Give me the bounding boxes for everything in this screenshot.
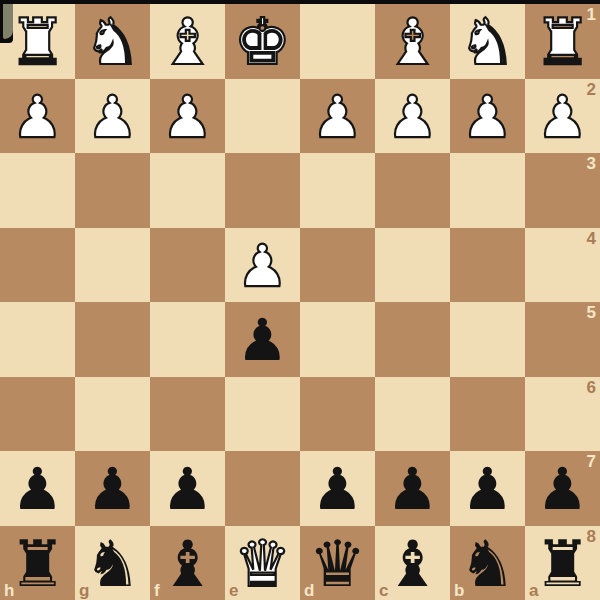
black-pawn-c7: ♟ [387, 460, 439, 518]
square-a4[interactable]: 4 [525, 228, 600, 303]
square-g1[interactable]: ♞ [75, 4, 150, 79]
square-d3[interactable] [300, 153, 375, 228]
white-pawn-a2: ♟ [537, 88, 589, 146]
white-pawn-e4: ♟ [237, 237, 289, 295]
chess-board: ♜♞♝♚♝♞♜1♟♟♟♟♟♟♟23♟4♟56♟♟♟♟♟♟♟7♜h♞g♝f♛e♛d… [0, 4, 600, 600]
file-label-f: f [154, 582, 160, 599]
square-b5[interactable] [450, 302, 525, 377]
square-g8[interactable]: ♞g [75, 526, 150, 600]
square-d5[interactable] [300, 302, 375, 377]
black-knight-g8: ♞ [84, 532, 141, 596]
square-f4[interactable] [150, 228, 225, 303]
black-pawn-e5: ♟ [237, 311, 289, 369]
black-rook-a8: ♜ [534, 532, 591, 596]
file-label-g: g [79, 582, 89, 599]
square-c4[interactable] [375, 228, 450, 303]
square-e5[interactable]: ♟ [225, 302, 300, 377]
square-c2[interactable]: ♟ [375, 79, 450, 154]
square-f2[interactable]: ♟ [150, 79, 225, 154]
square-g3[interactable] [75, 153, 150, 228]
black-bishop-c8: ♝ [384, 532, 441, 596]
square-g5[interactable] [75, 302, 150, 377]
rank-label-7: 7 [587, 453, 596, 470]
white-pawn-g2: ♟ [87, 88, 139, 146]
rank-label-3: 3 [587, 155, 596, 172]
rank-label-1: 1 [587, 6, 596, 23]
square-d8[interactable]: ♛d [300, 526, 375, 600]
square-g7[interactable]: ♟ [75, 451, 150, 526]
square-c6[interactable] [375, 377, 450, 452]
white-bishop-f1: ♝ [159, 10, 216, 74]
white-bishop-c1: ♝ [384, 10, 441, 74]
square-b1[interactable]: ♞ [450, 4, 525, 79]
square-f7[interactable]: ♟ [150, 451, 225, 526]
square-d7[interactable]: ♟ [300, 451, 375, 526]
square-h5[interactable] [0, 302, 75, 377]
top-edge-bar [0, 0, 600, 4]
white-pawn-c2: ♟ [387, 88, 439, 146]
square-h2[interactable]: ♟ [0, 79, 75, 154]
square-f8[interactable]: ♝f [150, 526, 225, 600]
square-g2[interactable]: ♟ [75, 79, 150, 154]
square-d2[interactable]: ♟ [300, 79, 375, 154]
square-f6[interactable] [150, 377, 225, 452]
rank-label-6: 6 [587, 379, 596, 396]
square-e2[interactable] [225, 79, 300, 154]
black-bishop-f8: ♝ [159, 532, 216, 596]
square-e7[interactable] [225, 451, 300, 526]
file-label-a: a [529, 582, 538, 599]
square-a1[interactable]: ♜1 [525, 4, 600, 79]
square-c3[interactable] [375, 153, 450, 228]
square-e1[interactable]: ♚ [225, 4, 300, 79]
square-d6[interactable] [300, 377, 375, 452]
square-h8[interactable]: ♜h [0, 526, 75, 600]
white-pawn-d2: ♟ [312, 88, 364, 146]
white-knight-b1: ♞ [459, 10, 516, 74]
rank-label-5: 5 [587, 304, 596, 321]
square-g6[interactable] [75, 377, 150, 452]
white-king-e1: ♚ [234, 10, 291, 74]
square-h6[interactable] [0, 377, 75, 452]
square-f1[interactable]: ♝ [150, 4, 225, 79]
square-b4[interactable] [450, 228, 525, 303]
square-c1[interactable]: ♝ [375, 4, 450, 79]
black-pawn-f7: ♟ [162, 460, 214, 518]
square-a3[interactable]: 3 [525, 153, 600, 228]
square-a5[interactable]: 5 [525, 302, 600, 377]
white-queen-e8: ♛ [234, 532, 291, 596]
square-a8[interactable]: ♜8a [525, 526, 600, 600]
square-c5[interactable] [375, 302, 450, 377]
rank-label-2: 2 [587, 81, 596, 98]
square-e6[interactable] [225, 377, 300, 452]
rank-label-8: 8 [587, 528, 596, 545]
square-b2[interactable]: ♟ [450, 79, 525, 154]
square-a7[interactable]: ♟7 [525, 451, 600, 526]
square-f5[interactable] [150, 302, 225, 377]
black-rook-h8: ♜ [9, 532, 66, 596]
file-label-c: c [379, 582, 388, 599]
square-e4[interactable]: ♟ [225, 228, 300, 303]
square-d4[interactable] [300, 228, 375, 303]
square-b6[interactable] [450, 377, 525, 452]
black-knight-b8: ♞ [459, 532, 516, 596]
black-pawn-b7: ♟ [462, 460, 514, 518]
black-pawn-g7: ♟ [87, 460, 139, 518]
square-g4[interactable] [75, 228, 150, 303]
file-label-e: e [229, 582, 238, 599]
square-e8[interactable]: ♛e [225, 526, 300, 600]
square-e3[interactable] [225, 153, 300, 228]
file-label-h: h [4, 582, 14, 599]
corner-ui-fragment-inner [3, 0, 13, 39]
white-rook-a1: ♜ [534, 10, 591, 74]
square-b3[interactable] [450, 153, 525, 228]
black-pawn-h7: ♟ [12, 460, 64, 518]
square-a6[interactable]: 6 [525, 377, 600, 452]
chess-app-screen: ♜♞♝♚♝♞♜1♟♟♟♟♟♟♟23♟4♟56♟♟♟♟♟♟♟7♜h♞g♝f♛e♛d… [0, 0, 600, 600]
square-a2[interactable]: ♟2 [525, 79, 600, 154]
square-b7[interactable]: ♟ [450, 451, 525, 526]
square-c7[interactable]: ♟ [375, 451, 450, 526]
black-queen-d8: ♛ [309, 532, 366, 596]
square-d1[interactable] [300, 4, 375, 79]
square-h7[interactable]: ♟ [0, 451, 75, 526]
white-pawn-h2: ♟ [12, 88, 64, 146]
file-label-d: d [304, 582, 314, 599]
rank-label-4: 4 [587, 230, 596, 247]
square-f3[interactable] [150, 153, 225, 228]
square-h3[interactable] [0, 153, 75, 228]
file-label-b: b [454, 582, 464, 599]
square-b8[interactable]: ♞b [450, 526, 525, 600]
white-rook-h1: ♜ [9, 10, 66, 74]
black-pawn-a7: ♟ [537, 460, 589, 518]
square-c8[interactable]: ♝c [375, 526, 450, 600]
white-knight-g1: ♞ [84, 10, 141, 74]
square-h4[interactable] [0, 228, 75, 303]
white-pawn-f2: ♟ [162, 88, 214, 146]
white-pawn-b2: ♟ [462, 88, 514, 146]
corner-ui-fragment [0, 0, 13, 43]
black-pawn-d7: ♟ [312, 460, 364, 518]
